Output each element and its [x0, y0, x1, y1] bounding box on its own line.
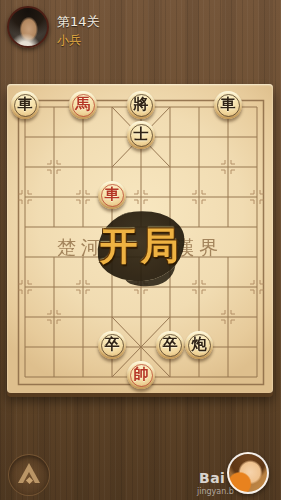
piece-glyph: 車 — [18, 97, 33, 112]
piece-red-horse[interactable]: 馬 — [69, 91, 97, 119]
level-label: 第14关 — [57, 13, 100, 31]
piece-glyph: 車 — [105, 187, 120, 202]
piece-glyph: 士 — [134, 127, 149, 142]
piece-black-soldier[interactable]: 卒 — [156, 331, 184, 359]
piece-glyph: 炮 — [192, 337, 207, 352]
piece-red-general[interactable]: 帥 — [127, 361, 155, 389]
piece-black-general[interactable]: 將 — [127, 91, 155, 119]
watermark-text: Bai — [199, 470, 225, 486]
piece-glyph: 車 — [221, 97, 236, 112]
app-screen: 第14关 小兵 — [0, 0, 281, 500]
piece-glyph: 卒 — [105, 337, 120, 352]
piece-glyph: 將 — [134, 97, 149, 112]
piece-red-chariot[interactable]: 車 — [98, 181, 126, 209]
piece-black-chariot[interactable]: 車 — [11, 91, 39, 119]
piece-black-cannon[interactable]: 炮 — [185, 331, 213, 359]
piece-glyph: 帥 — [134, 367, 149, 382]
expand-up-button[interactable] — [8, 454, 50, 496]
piece-glyph: 卒 — [163, 337, 178, 352]
player-avatar — [7, 6, 49, 48]
xiangqi-board[interactable]: 楚河 漢界 开局 車馬將車士車卒卒炮帥 — [7, 84, 273, 393]
piece-glyph: 馬 — [76, 97, 91, 112]
piece-black-chariot[interactable]: 車 — [214, 91, 242, 119]
opening-stamp: 开局 — [91, 224, 191, 268]
piece-black-advisor[interactable]: 士 — [127, 121, 155, 149]
piece-black-soldier[interactable]: 卒 — [98, 331, 126, 359]
watermark-avatar — [227, 452, 269, 494]
rank-label: 小兵 — [57, 32, 81, 49]
watermark-url: jingyan.b — [197, 487, 234, 496]
